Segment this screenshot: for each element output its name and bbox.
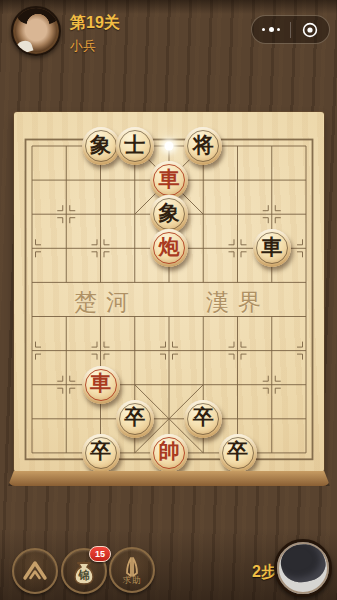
piece-character: 車 bbox=[159, 169, 180, 190]
wechat-capsule bbox=[251, 15, 330, 44]
expand-button[interactable] bbox=[12, 548, 58, 594]
piece-character: 卒 bbox=[90, 441, 111, 462]
help-label: 求助 bbox=[111, 575, 153, 587]
more-menu-button[interactable] bbox=[252, 16, 290, 43]
piece-character: 車 bbox=[90, 373, 111, 394]
xiangqi-board[interactable]: 楚河 漢界 象士将車象炮車車卒卒卒帥卒 bbox=[14, 112, 324, 472]
piece-character: 卒 bbox=[124, 407, 145, 428]
river-label-right: 漢界 bbox=[206, 287, 270, 318]
piece-black-elephant[interactable]: 象 bbox=[150, 195, 188, 233]
exit-button[interactable] bbox=[291, 16, 329, 43]
piece-character: 将 bbox=[193, 135, 214, 156]
piece-black-general[interactable]: 将 bbox=[184, 127, 222, 165]
player-avatar[interactable] bbox=[11, 6, 61, 56]
circle-dot-icon bbox=[301, 21, 319, 39]
piece-character: 象 bbox=[159, 203, 180, 224]
piece-black-advisor[interactable]: 士 bbox=[116, 127, 154, 165]
hint-bag-button[interactable]: 锦 15 bbox=[61, 548, 107, 594]
piece-black-soldier[interactable]: 卒 bbox=[116, 400, 154, 438]
piece-character: 車 bbox=[261, 237, 282, 258]
piece-black-elephant[interactable]: 象 bbox=[82, 127, 120, 165]
app-screen: 第19关 小兵 楚河 漢界 象士将車象炮車車卒卒卒帥卒 锦 bbox=[0, 0, 337, 600]
ellipsis-dots-icon bbox=[262, 28, 266, 32]
piece-black-soldier[interactable]: 卒 bbox=[82, 434, 120, 472]
move-highlight-dot bbox=[165, 142, 174, 151]
piece-character: 帥 bbox=[159, 441, 180, 462]
level-title: 第19关 bbox=[70, 15, 120, 31]
piece-character: 卒 bbox=[227, 441, 248, 462]
piece-black-soldier[interactable]: 卒 bbox=[184, 400, 222, 438]
chevron-up-icon bbox=[14, 550, 56, 592]
river-label-left: 楚河 bbox=[74, 287, 138, 318]
piece-red-chariot[interactable]: 車 bbox=[82, 366, 120, 404]
board-3d-edge bbox=[8, 471, 330, 486]
help-button[interactable]: 求助 bbox=[109, 547, 155, 593]
piece-red-chariot[interactable]: 車 bbox=[150, 161, 188, 199]
piece-character: 卒 bbox=[193, 407, 214, 428]
piece-black-soldier[interactable]: 卒 bbox=[219, 434, 257, 472]
hint-count-badge: 15 bbox=[89, 546, 111, 562]
opponent-name: 小兵 bbox=[70, 39, 120, 52]
piece-red-cannon[interactable]: 炮 bbox=[150, 229, 188, 267]
piece-character: 炮 bbox=[159, 237, 180, 258]
piece-black-chariot[interactable]: 車 bbox=[253, 229, 291, 267]
bag-character: 锦 bbox=[78, 569, 90, 581]
piece-red-general[interactable]: 帥 bbox=[150, 434, 188, 472]
opponent-avatar[interactable] bbox=[274, 539, 332, 597]
piece-character: 士 bbox=[124, 135, 145, 156]
header-titles: 第19关 小兵 bbox=[70, 15, 120, 52]
piece-character: 象 bbox=[90, 135, 111, 156]
